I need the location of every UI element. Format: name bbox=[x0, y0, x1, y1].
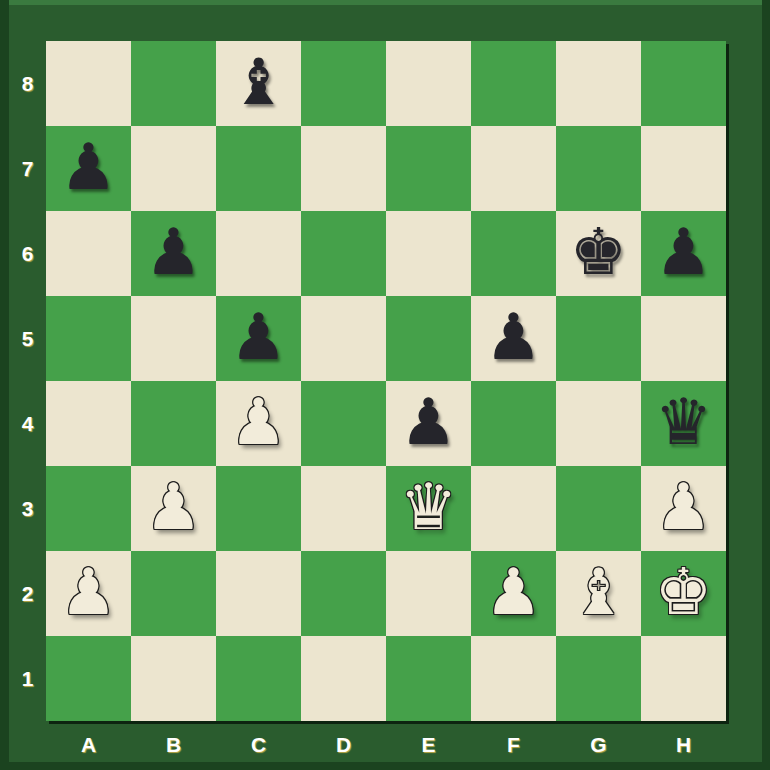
square-d5[interactable] bbox=[301, 296, 386, 381]
square-f8[interactable] bbox=[471, 41, 556, 126]
piece-white-pawn[interactable]: ♟ bbox=[230, 390, 287, 454]
piece-black-pawn[interactable]: ♟ bbox=[485, 305, 542, 369]
square-c7[interactable] bbox=[216, 126, 301, 211]
square-e3[interactable]: ♛ bbox=[386, 466, 471, 551]
square-h5[interactable] bbox=[641, 296, 726, 381]
rank-label-7: 7 bbox=[9, 126, 46, 211]
square-f7[interactable] bbox=[471, 126, 556, 211]
piece-black-bishop[interactable]: ♝ bbox=[230, 50, 287, 114]
square-b7[interactable] bbox=[131, 126, 216, 211]
rank-label-3: 3 bbox=[9, 466, 46, 551]
square-e6[interactable] bbox=[386, 211, 471, 296]
square-c3[interactable] bbox=[216, 466, 301, 551]
square-b3[interactable]: ♟ bbox=[131, 466, 216, 551]
file-label-f: F bbox=[471, 729, 556, 761]
square-h6[interactable]: ♟ bbox=[641, 211, 726, 296]
square-g5[interactable] bbox=[556, 296, 641, 381]
rank-label-2: 2 bbox=[9, 551, 46, 636]
piece-white-pawn[interactable]: ♟ bbox=[145, 475, 202, 539]
piece-black-pawn[interactable]: ♟ bbox=[60, 135, 117, 199]
square-d7[interactable] bbox=[301, 126, 386, 211]
square-d1[interactable] bbox=[301, 636, 386, 721]
piece-black-queen[interactable]: ♛ bbox=[655, 390, 712, 454]
piece-white-pawn[interactable]: ♟ bbox=[60, 560, 117, 624]
square-b1[interactable] bbox=[131, 636, 216, 721]
file-label-a: A bbox=[46, 729, 131, 761]
square-b2[interactable] bbox=[131, 551, 216, 636]
square-c5[interactable]: ♟ bbox=[216, 296, 301, 381]
square-e4[interactable]: ♟ bbox=[386, 381, 471, 466]
square-b4[interactable] bbox=[131, 381, 216, 466]
square-c6[interactable] bbox=[216, 211, 301, 296]
square-d6[interactable] bbox=[301, 211, 386, 296]
piece-black-pawn[interactable]: ♟ bbox=[400, 390, 457, 454]
square-d2[interactable] bbox=[301, 551, 386, 636]
square-g1[interactable] bbox=[556, 636, 641, 721]
frame-bevel-top bbox=[0, 0, 770, 5]
square-f1[interactable] bbox=[471, 636, 556, 721]
square-f6[interactable] bbox=[471, 211, 556, 296]
frame-bevel-left bbox=[0, 0, 9, 770]
square-c8[interactable]: ♝ bbox=[216, 41, 301, 126]
square-a4[interactable] bbox=[46, 381, 131, 466]
square-a8[interactable] bbox=[46, 41, 131, 126]
rank-label-6: 6 bbox=[9, 211, 46, 296]
square-c2[interactable] bbox=[216, 551, 301, 636]
board-frame: 87654321 ♝♟♟♚♟♟♟♟♟♛♟♛♟♟♟♝♚ ABCDEFGH bbox=[0, 0, 770, 770]
square-f3[interactable] bbox=[471, 466, 556, 551]
file-label-g: G bbox=[556, 729, 641, 761]
square-h8[interactable] bbox=[641, 41, 726, 126]
square-f5[interactable]: ♟ bbox=[471, 296, 556, 381]
file-label-h: H bbox=[641, 729, 726, 761]
rank-label-8: 8 bbox=[9, 41, 46, 126]
frame-bevel-right bbox=[762, 0, 770, 770]
file-label-e: E bbox=[386, 729, 471, 761]
rank-label-4: 4 bbox=[9, 381, 46, 466]
square-d3[interactable] bbox=[301, 466, 386, 551]
piece-white-pawn[interactable]: ♟ bbox=[655, 475, 712, 539]
square-h1[interactable] bbox=[641, 636, 726, 721]
square-d4[interactable] bbox=[301, 381, 386, 466]
square-f4[interactable] bbox=[471, 381, 556, 466]
square-a7[interactable]: ♟ bbox=[46, 126, 131, 211]
square-a2[interactable]: ♟ bbox=[46, 551, 131, 636]
piece-black-pawn[interactable]: ♟ bbox=[655, 220, 712, 284]
rank-label-1: 1 bbox=[9, 636, 46, 721]
square-g4[interactable] bbox=[556, 381, 641, 466]
square-a6[interactable] bbox=[46, 211, 131, 296]
square-h7[interactable] bbox=[641, 126, 726, 211]
square-h4[interactable]: ♛ bbox=[641, 381, 726, 466]
square-h2[interactable]: ♚ bbox=[641, 551, 726, 636]
square-e5[interactable] bbox=[386, 296, 471, 381]
square-e8[interactable] bbox=[386, 41, 471, 126]
square-a1[interactable] bbox=[46, 636, 131, 721]
piece-white-bishop[interactable]: ♝ bbox=[570, 560, 627, 624]
piece-white-king[interactable]: ♚ bbox=[655, 560, 712, 624]
square-g3[interactable] bbox=[556, 466, 641, 551]
square-e7[interactable] bbox=[386, 126, 471, 211]
piece-black-pawn[interactable]: ♟ bbox=[230, 305, 287, 369]
square-d8[interactable] bbox=[301, 41, 386, 126]
file-label-d: D bbox=[301, 729, 386, 761]
square-a5[interactable] bbox=[46, 296, 131, 381]
piece-black-pawn[interactable]: ♟ bbox=[145, 220, 202, 284]
rank-labels: 87654321 bbox=[9, 41, 46, 721]
square-b5[interactable] bbox=[131, 296, 216, 381]
rank-label-5: 5 bbox=[9, 296, 46, 381]
square-a3[interactable] bbox=[46, 466, 131, 551]
piece-white-queen[interactable]: ♛ bbox=[400, 475, 457, 539]
square-h3[interactable]: ♟ bbox=[641, 466, 726, 551]
square-c1[interactable] bbox=[216, 636, 301, 721]
square-f2[interactable]: ♟ bbox=[471, 551, 556, 636]
square-c4[interactable]: ♟ bbox=[216, 381, 301, 466]
file-labels: ABCDEFGH bbox=[46, 729, 726, 761]
piece-black-king[interactable]: ♚ bbox=[570, 220, 627, 284]
square-e2[interactable] bbox=[386, 551, 471, 636]
file-label-c: C bbox=[216, 729, 301, 761]
square-g8[interactable] bbox=[556, 41, 641, 126]
square-g6[interactable]: ♚ bbox=[556, 211, 641, 296]
file-label-b: B bbox=[131, 729, 216, 761]
board: ♝♟♟♚♟♟♟♟♟♛♟♛♟♟♟♝♚ bbox=[46, 41, 726, 721]
square-b6[interactable]: ♟ bbox=[131, 211, 216, 296]
square-g2[interactable]: ♝ bbox=[556, 551, 641, 636]
square-g7[interactable] bbox=[556, 126, 641, 211]
square-b8[interactable] bbox=[131, 41, 216, 126]
piece-white-pawn[interactable]: ♟ bbox=[485, 560, 542, 624]
square-e1[interactable] bbox=[386, 636, 471, 721]
frame-bevel-bottom bbox=[0, 762, 770, 770]
